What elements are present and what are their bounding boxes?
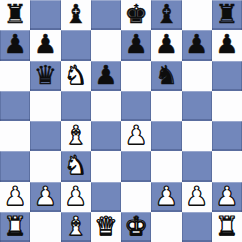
white-knight-piece[interactable]: ♞ (64, 62, 87, 88)
white-pawn-piece[interactable]: ♟ (3, 183, 26, 209)
square-f1[interactable] (151, 212, 181, 242)
square-d6[interactable]: ♟ (91, 61, 121, 91)
square-g8[interactable] (182, 0, 212, 30)
square-a3[interactable] (0, 151, 30, 181)
black-rook-piece[interactable]: ♜ (3, 1, 26, 27)
white-pawn-piece[interactable]: ♟ (185, 183, 208, 209)
white-rook-piece[interactable]: ♜ (3, 213, 26, 239)
square-d8[interactable] (91, 0, 121, 30)
square-b4[interactable] (30, 121, 60, 151)
square-a1[interactable]: ♜ (0, 212, 30, 242)
square-c8[interactable]: ♝ (61, 0, 91, 30)
square-g7[interactable]: ♟ (182, 30, 212, 60)
square-f4[interactable] (151, 121, 181, 151)
square-d3[interactable] (91, 151, 121, 181)
black-pawn-piece[interactable]: ♟ (155, 31, 178, 57)
black-pawn-piece[interactable]: ♟ (94, 62, 117, 88)
square-h3[interactable] (212, 151, 242, 181)
square-a7[interactable]: ♟ (0, 30, 30, 60)
square-g3[interactable] (182, 151, 212, 181)
black-king-piece[interactable]: ♚ (124, 1, 147, 27)
white-bishop-piece[interactable]: ♝ (64, 122, 87, 148)
square-b5[interactable] (30, 91, 60, 121)
white-pawn-piece[interactable]: ♟ (215, 183, 238, 209)
square-e7[interactable]: ♟ (121, 30, 151, 60)
square-c2[interactable]: ♟ (61, 182, 91, 212)
square-c5[interactable] (61, 91, 91, 121)
black-knight-piece[interactable]: ♞ (155, 62, 178, 88)
square-g1[interactable] (182, 212, 212, 242)
square-d2[interactable] (91, 182, 121, 212)
square-g2[interactable]: ♟ (182, 182, 212, 212)
black-bishop-piece[interactable]: ♝ (155, 1, 178, 27)
square-f6[interactable]: ♞ (151, 61, 181, 91)
black-pawn-piece[interactable]: ♟ (124, 31, 147, 57)
square-g5[interactable] (182, 91, 212, 121)
black-queen-piece[interactable]: ♛ (34, 62, 57, 88)
white-king-piece[interactable]: ♚ (124, 213, 147, 239)
square-e4[interactable]: ♟ (121, 121, 151, 151)
square-a4[interactable] (0, 121, 30, 151)
white-pawn-piece[interactable]: ♟ (124, 122, 147, 148)
square-a8[interactable]: ♜ (0, 0, 30, 30)
square-c6[interactable]: ♞ (61, 61, 91, 91)
square-c4[interactable]: ♝ (61, 121, 91, 151)
black-bishop-piece[interactable]: ♝ (64, 1, 87, 27)
square-e1[interactable]: ♚ (121, 212, 151, 242)
square-e5[interactable] (121, 91, 151, 121)
square-c7[interactable] (61, 30, 91, 60)
square-b6[interactable]: ♛ (30, 61, 60, 91)
square-b1[interactable] (30, 212, 60, 242)
white-pawn-piece[interactable]: ♟ (64, 183, 87, 209)
square-b3[interactable] (30, 151, 60, 181)
square-e6[interactable] (121, 61, 151, 91)
square-e3[interactable] (121, 151, 151, 181)
square-b8[interactable] (30, 0, 60, 30)
black-rook-piece[interactable]: ♜ (215, 1, 238, 27)
square-c3[interactable]: ♞ (61, 151, 91, 181)
square-c1[interactable]: ♝ (61, 212, 91, 242)
square-d4[interactable] (91, 121, 121, 151)
square-d7[interactable] (91, 30, 121, 60)
square-h8[interactable]: ♜ (212, 0, 242, 30)
white-pawn-piece[interactable]: ♟ (34, 183, 57, 209)
black-pawn-piece[interactable]: ♟ (215, 31, 238, 57)
square-f5[interactable] (151, 91, 181, 121)
square-e8[interactable]: ♚ (121, 0, 151, 30)
black-pawn-piece[interactable]: ♟ (3, 31, 26, 57)
black-pawn-piece[interactable]: ♟ (34, 31, 57, 57)
square-g4[interactable] (182, 121, 212, 151)
square-b7[interactable]: ♟ (30, 30, 60, 60)
square-f8[interactable]: ♝ (151, 0, 181, 30)
square-d1[interactable]: ♛ (91, 212, 121, 242)
square-h5[interactable] (212, 91, 242, 121)
white-bishop-piece[interactable]: ♝ (64, 213, 87, 239)
square-e2[interactable] (121, 182, 151, 212)
square-d5[interactable] (91, 91, 121, 121)
square-f3[interactable] (151, 151, 181, 181)
square-h4[interactable] (212, 121, 242, 151)
square-h7[interactable]: ♟ (212, 30, 242, 60)
black-pawn-piece[interactable]: ♟ (185, 31, 208, 57)
chess-board: ♜♝♚♝♜♟♟♟♟♟♟♛♞♟♞♝♟♞♟♟♟♟♟♟♜♝♛♚♜ (0, 0, 242, 242)
square-h1[interactable]: ♜ (212, 212, 242, 242)
square-h2[interactable]: ♟ (212, 182, 242, 212)
white-queen-piece[interactable]: ♛ (94, 213, 117, 239)
white-pawn-piece[interactable]: ♟ (155, 183, 178, 209)
square-a5[interactable] (0, 91, 30, 121)
white-knight-piece[interactable]: ♞ (64, 152, 87, 178)
square-f7[interactable]: ♟ (151, 30, 181, 60)
square-g6[interactable] (182, 61, 212, 91)
square-b2[interactable]: ♟ (30, 182, 60, 212)
square-f2[interactable]: ♟ (151, 182, 181, 212)
square-h6[interactable] (212, 61, 242, 91)
square-a2[interactable]: ♟ (0, 182, 30, 212)
white-rook-piece[interactable]: ♜ (215, 213, 238, 239)
square-a6[interactable] (0, 61, 30, 91)
